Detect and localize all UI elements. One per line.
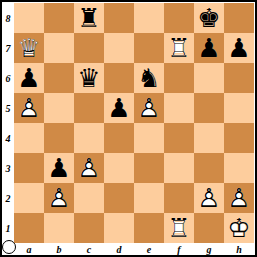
square-e6[interactable]: ♞ [134, 63, 164, 93]
square-h6[interactable] [224, 63, 254, 93]
piece-white-pawn-a5[interactable]: ♟♙ [14, 93, 44, 123]
square-f1[interactable]: ♜♖ [164, 213, 194, 243]
white-rook-icon: ♖ [164, 213, 194, 243]
square-h5[interactable] [224, 93, 254, 123]
square-f2[interactable] [164, 183, 194, 213]
square-b7[interactable] [44, 33, 74, 63]
square-b4[interactable] [44, 123, 74, 153]
square-d2[interactable] [104, 183, 134, 213]
square-d4[interactable] [104, 123, 134, 153]
black-pawn-icon: ♟ [104, 93, 134, 123]
black-queen-icon: ♛ [74, 63, 104, 93]
square-b5[interactable] [44, 93, 74, 123]
rank-label-8: 8 [2, 3, 14, 33]
piece-white-pawn-h2[interactable]: ♟♙ [224, 183, 254, 213]
rank-label-5: 5 [2, 93, 14, 123]
white-pawn-icon: ♙ [14, 93, 44, 123]
white-pawn-icon: ♙ [44, 183, 74, 213]
white-pawn-icon: ♙ [224, 183, 254, 213]
piece-white-pawn-e5[interactable]: ♟♙ [134, 93, 164, 123]
white-rook-icon: ♖ [164, 33, 194, 63]
square-a3[interactable] [14, 153, 44, 183]
square-h4[interactable] [224, 123, 254, 153]
square-f3[interactable] [164, 153, 194, 183]
black-knight-icon: ♞ [134, 63, 164, 93]
white-pawn-icon: ♙ [194, 183, 224, 213]
piece-black-pawn-g7[interactable]: ♟ [194, 33, 224, 63]
rank-label-3: 3 [2, 153, 14, 183]
piece-black-king-g8[interactable]: ♚ [194, 3, 224, 33]
square-f5[interactable] [164, 93, 194, 123]
square-b1[interactable] [44, 213, 74, 243]
square-h3[interactable] [224, 153, 254, 183]
square-f6[interactable] [164, 63, 194, 93]
black-pawn-icon: ♟ [194, 33, 224, 63]
square-h2[interactable]: ♟♙ [224, 183, 254, 213]
square-c4[interactable] [74, 123, 104, 153]
square-d5[interactable]: ♟ [104, 93, 134, 123]
square-c5[interactable] [74, 93, 104, 123]
square-e2[interactable] [134, 183, 164, 213]
piece-black-rook-c8[interactable]: ♜ [74, 3, 104, 33]
square-b2[interactable]: ♟♙ [44, 183, 74, 213]
piece-black-pawn-h7[interactable]: ♟ [224, 33, 254, 63]
square-h8[interactable] [224, 3, 254, 33]
white-pawn-icon: ♙ [134, 93, 164, 123]
piece-white-rook-f7[interactable]: ♜♖ [164, 33, 194, 63]
file-label-d: d [104, 243, 134, 255]
square-b8[interactable] [44, 3, 74, 33]
square-c8[interactable]: ♜ [74, 3, 104, 33]
chess-diagram-frame: 8 7 6 5 4 3 2 1 ♜♚♛♕♜♖♟♟♟♛♞♟♙♟♟♙♟♟♙♟♙♟♙♟… [0, 0, 257, 257]
chess-board: ♜♚♛♕♜♖♟♟♟♛♞♟♙♟♟♙♟♟♙♟♙♟♙♟♙♜♖♚♔ [14, 3, 254, 243]
square-g4[interactable] [194, 123, 224, 153]
rank-label-4: 4 [2, 123, 14, 153]
file-label-a: a [14, 243, 44, 255]
white-pawn-icon: ♙ [74, 153, 104, 183]
white-king-icon: ♔ [224, 213, 254, 243]
square-f4[interactable] [164, 123, 194, 153]
black-pawn-icon: ♟ [44, 153, 74, 183]
square-h1[interactable]: ♚♔ [224, 213, 254, 243]
rank-label-7: 7 [2, 33, 14, 63]
black-pawn-icon: ♟ [14, 63, 44, 93]
square-d6[interactable] [104, 63, 134, 93]
square-d8[interactable] [104, 3, 134, 33]
rank-label-2: 2 [2, 183, 14, 213]
square-a7[interactable]: ♛♕ [14, 33, 44, 63]
square-c2[interactable] [74, 183, 104, 213]
square-c3[interactable]: ♟♙ [74, 153, 104, 183]
square-f8[interactable] [164, 3, 194, 33]
square-g5[interactable] [194, 93, 224, 123]
piece-white-pawn-c3[interactable]: ♟♙ [74, 153, 104, 183]
square-g8[interactable]: ♚ [194, 3, 224, 33]
square-h7[interactable]: ♟ [224, 33, 254, 63]
file-label-h: h [224, 243, 254, 255]
piece-white-pawn-g2[interactable]: ♟♙ [194, 183, 224, 213]
square-e1[interactable] [134, 213, 164, 243]
square-e5[interactable]: ♟♙ [134, 93, 164, 123]
square-g3[interactable] [194, 153, 224, 183]
file-label-c: c [74, 243, 104, 255]
square-a1[interactable] [14, 213, 44, 243]
square-f7[interactable]: ♜♖ [164, 33, 194, 63]
square-d3[interactable] [104, 153, 134, 183]
square-c7[interactable] [74, 33, 104, 63]
square-g7[interactable]: ♟ [194, 33, 224, 63]
square-g6[interactable] [194, 63, 224, 93]
piece-white-pawn-b2[interactable]: ♟♙ [44, 183, 74, 213]
square-g1[interactable] [194, 213, 224, 243]
black-pawn-icon: ♟ [224, 33, 254, 63]
piece-black-queen-c6[interactable]: ♛ [74, 63, 104, 93]
black-king-icon: ♚ [194, 3, 224, 33]
square-d7[interactable] [104, 33, 134, 63]
square-a5[interactable]: ♟♙ [14, 93, 44, 123]
piece-black-pawn-a6[interactable]: ♟ [14, 63, 44, 93]
square-e4[interactable] [134, 123, 164, 153]
file-label-g: g [194, 243, 224, 255]
file-label-e: e [134, 243, 164, 255]
square-b6[interactable] [44, 63, 74, 93]
square-g2[interactable]: ♟♙ [194, 183, 224, 213]
square-d1[interactable] [104, 213, 134, 243]
square-a8[interactable] [14, 3, 44, 33]
square-a4[interactable] [14, 123, 44, 153]
file-labels: a b c d e f g h [14, 243, 254, 255]
piece-black-pawn-d5[interactable]: ♟ [104, 93, 134, 123]
square-c6[interactable]: ♛ [74, 63, 104, 93]
side-to-move-indicator [2, 240, 16, 254]
square-c1[interactable] [74, 213, 104, 243]
file-label-f: f [164, 243, 194, 255]
rank-label-6: 6 [2, 63, 14, 93]
piece-white-king-h1[interactable]: ♚♔ [224, 213, 254, 243]
square-a6[interactable]: ♟ [14, 63, 44, 93]
square-e3[interactable] [134, 153, 164, 183]
rank-label-1: 1 [2, 213, 14, 243]
square-e8[interactable] [134, 3, 164, 33]
rank-labels: 8 7 6 5 4 3 2 1 [2, 3, 14, 243]
piece-white-rook-f1[interactable]: ♜♖ [164, 213, 194, 243]
square-a2[interactable] [14, 183, 44, 213]
square-b3[interactable]: ♟ [44, 153, 74, 183]
piece-black-knight-e6[interactable]: ♞ [134, 63, 164, 93]
piece-white-queen-a7[interactable]: ♛♕ [14, 33, 44, 63]
square-e7[interactable] [134, 33, 164, 63]
black-rook-icon: ♜ [74, 3, 104, 33]
file-label-b: b [44, 243, 74, 255]
white-queen-icon: ♕ [14, 33, 44, 63]
piece-black-pawn-b3[interactable]: ♟ [44, 153, 74, 183]
